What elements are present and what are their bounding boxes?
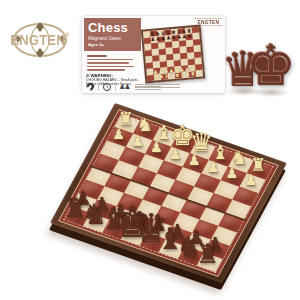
- board-scene: ♜♞♝♚♛♝♞♜♟♟♟♟♟♟♟♟♟♟♟♟♟♟♟♟♜♞♝♚♛♝♞♜: [0, 0, 300, 300]
- chess-board: [50, 103, 287, 283]
- product-photo: ENGTEN® Chess Magnetic Game Ages 6+ ⚠WAR…: [0, 0, 300, 300]
